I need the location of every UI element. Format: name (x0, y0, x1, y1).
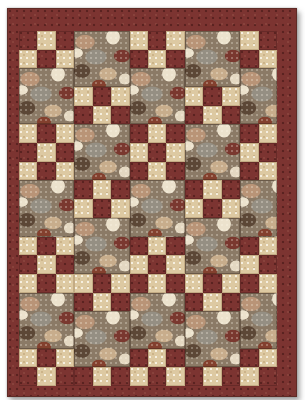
red-square (111, 180, 129, 199)
tan-square (56, 237, 74, 256)
tan-square (259, 124, 277, 143)
tan-square (148, 237, 166, 256)
red-square (240, 274, 258, 293)
red-square (93, 199, 111, 218)
print-fabric-block (185, 311, 240, 367)
red-square (240, 237, 258, 256)
tan-square (259, 349, 277, 368)
tan-square (148, 162, 166, 181)
tan-square (56, 349, 74, 368)
tan-square (37, 255, 55, 274)
print-fabric-block (74, 124, 129, 180)
red-square (240, 124, 258, 143)
red-square (148, 31, 166, 50)
print-fabric-block (185, 218, 240, 274)
tan-square (166, 255, 184, 274)
red-square (37, 162, 55, 181)
tan-square (93, 293, 111, 312)
tan-square (222, 87, 240, 106)
red-square (166, 274, 184, 293)
tan-square (130, 31, 148, 50)
tan-square (240, 367, 258, 386)
red-square (111, 106, 129, 125)
red-square (130, 50, 148, 69)
tan-square (130, 255, 148, 274)
tan-square (130, 367, 148, 386)
red-square (148, 255, 166, 274)
tan-square (56, 50, 74, 69)
red-square (222, 293, 240, 312)
red-square (166, 237, 184, 256)
print-fabric-block (74, 218, 129, 274)
red-square (259, 143, 277, 162)
tan-square (19, 274, 37, 293)
tan-square (19, 124, 37, 143)
red-square (240, 50, 258, 69)
red-square (19, 31, 37, 50)
red-square (37, 274, 55, 293)
tan-square (74, 87, 92, 106)
tan-square (56, 162, 74, 181)
tan-square (222, 274, 240, 293)
red-square (240, 349, 258, 368)
tan-square (148, 50, 166, 69)
red-square (37, 237, 55, 256)
print-fabric-block (19, 180, 74, 236)
red-square (130, 274, 148, 293)
tan-square (111, 199, 129, 218)
red-square (130, 124, 148, 143)
red-square (130, 162, 148, 181)
red-square (111, 293, 129, 312)
red-square (111, 367, 129, 386)
tan-square (148, 124, 166, 143)
red-square (185, 293, 203, 312)
red-square (166, 124, 184, 143)
tan-square (166, 31, 184, 50)
red-square (56, 367, 74, 386)
red-square (203, 199, 221, 218)
red-square (130, 349, 148, 368)
red-square (222, 180, 240, 199)
red-square (166, 50, 184, 69)
print-fabric-block (185, 31, 240, 87)
tan-square (37, 143, 55, 162)
tan-square (148, 274, 166, 293)
tan-square (240, 31, 258, 50)
red-square (74, 180, 92, 199)
tan-square (130, 143, 148, 162)
tan-square (240, 255, 258, 274)
tan-square (74, 274, 92, 293)
page-background (0, 0, 305, 400)
red-square (93, 274, 111, 293)
tan-square (203, 293, 221, 312)
print-fabric-block (130, 68, 185, 124)
red-square (37, 124, 55, 143)
red-square (259, 367, 277, 386)
tan-square (259, 162, 277, 181)
tan-square (148, 349, 166, 368)
tan-square (74, 199, 92, 218)
print-fabric-block (240, 293, 277, 349)
red-square (74, 293, 92, 312)
tan-square (93, 180, 111, 199)
print-fabric-block (19, 293, 74, 349)
tan-square (185, 274, 203, 293)
print-fabric-block (74, 31, 129, 87)
red-square (19, 143, 37, 162)
tan-square (203, 367, 221, 386)
red-square (148, 367, 166, 386)
tan-square (259, 274, 277, 293)
red-square (203, 274, 221, 293)
tan-square (37, 31, 55, 50)
tan-square (259, 237, 277, 256)
tan-square (203, 106, 221, 125)
tan-square (259, 50, 277, 69)
tan-square (56, 274, 74, 293)
print-fabric-block (130, 293, 185, 349)
tan-square (222, 199, 240, 218)
tan-square (185, 87, 203, 106)
red-square (19, 255, 37, 274)
quilt (7, 8, 297, 397)
red-square (259, 31, 277, 50)
red-square (185, 180, 203, 199)
tan-square (203, 180, 221, 199)
tan-square (166, 367, 184, 386)
print-fabric-block (240, 68, 277, 124)
red-square (203, 87, 221, 106)
tan-square (185, 199, 203, 218)
print-fabric-block (185, 124, 240, 180)
tan-square (19, 162, 37, 181)
red-square (37, 50, 55, 69)
red-square (19, 367, 37, 386)
red-square (37, 349, 55, 368)
tan-square (111, 87, 129, 106)
tan-square (56, 124, 74, 143)
quilt-grid (19, 31, 277, 386)
tan-square (111, 274, 129, 293)
red-square (93, 87, 111, 106)
red-square (148, 143, 166, 162)
print-fabric-block (130, 180, 185, 236)
print-fabric-block (74, 311, 129, 367)
red-square (222, 106, 240, 125)
tan-square (166, 143, 184, 162)
tan-square (19, 50, 37, 69)
tan-square (93, 106, 111, 125)
red-square (74, 106, 92, 125)
red-square (74, 367, 92, 386)
red-square (259, 255, 277, 274)
red-square (166, 349, 184, 368)
tan-square (240, 143, 258, 162)
tan-square (37, 367, 55, 386)
print-fabric-block (240, 180, 277, 236)
red-square (130, 237, 148, 256)
tan-square (19, 349, 37, 368)
red-square (240, 162, 258, 181)
red-square (185, 106, 203, 125)
print-fabric-block (19, 68, 74, 124)
red-square (222, 367, 240, 386)
red-square (185, 367, 203, 386)
red-square (166, 162, 184, 181)
tan-square (93, 367, 111, 386)
red-square (56, 31, 74, 50)
red-square (56, 255, 74, 274)
red-square (56, 143, 74, 162)
tan-square (19, 237, 37, 256)
